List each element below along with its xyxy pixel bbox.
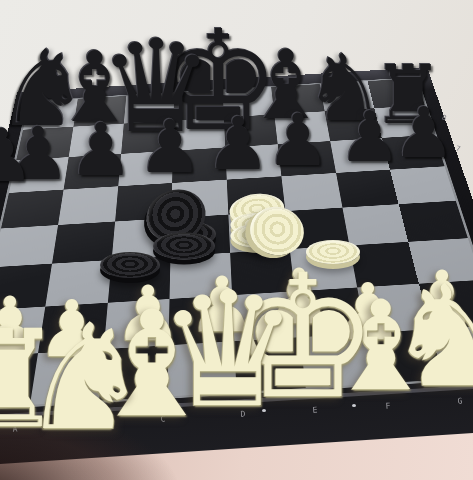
black-pawn-d7[interactable]: ♟ (137, 110, 202, 183)
square-a4[interactable] (0, 225, 58, 267)
white-knight-b1[interactable]: ♞ (20, 304, 151, 450)
square-h4[interactable] (399, 201, 468, 242)
black-pawn-f7[interactable]: ♟ (266, 104, 331, 176)
black-pawn-c7[interactable]: ♟ (68, 113, 133, 186)
black-pawn-a7[interactable]: ♟ (0, 119, 35, 192)
black-pawn-e7[interactable]: ♟ (205, 107, 270, 180)
photo-frame: ABCDEFG87 ♞♝♛♚♝♞♜♟♟♟♟♟♟♟♟♟♟♟♟♟♟♟♜♞♝♛♚♝♞ (0, 0, 473, 480)
black-pawn-h7[interactable]: ♟ (393, 98, 456, 168)
black-checker-disc[interactable] (153, 233, 215, 260)
black-pawn-g7[interactable]: ♟ (339, 102, 402, 172)
